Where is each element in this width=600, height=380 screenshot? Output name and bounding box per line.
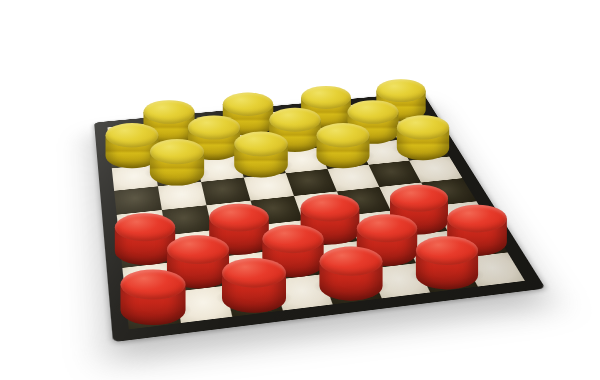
piece-cylinder-top [221,258,285,288]
scene [0,0,600,380]
piece-cylinder-top [144,100,195,124]
piece-cylinder-top [223,93,273,116]
piece-cylinder-top [263,225,324,253]
piece-cylinder-top [115,214,175,242]
piece-cylinder-top [166,235,228,264]
piece-cylinder-top [301,86,351,109]
piece-cylinder-top [447,204,507,232]
piece-cylinder-top [415,236,477,265]
piece-cylinder-top [376,79,425,102]
piece-cylinder-top [188,115,240,139]
piece-cylinder-top [120,269,185,299]
piece-cylinder-top [390,184,448,211]
pieces-layer [0,0,600,380]
piece-cylinder-top [269,107,321,131]
piece-cylinder-top [300,194,359,221]
piece-cylinder-top [348,100,399,124]
piece-cylinder-top [150,139,204,164]
piece-cylinder-top [209,204,269,232]
piece-cylinder-top [235,131,289,156]
piece-cylinder-top [356,214,416,242]
